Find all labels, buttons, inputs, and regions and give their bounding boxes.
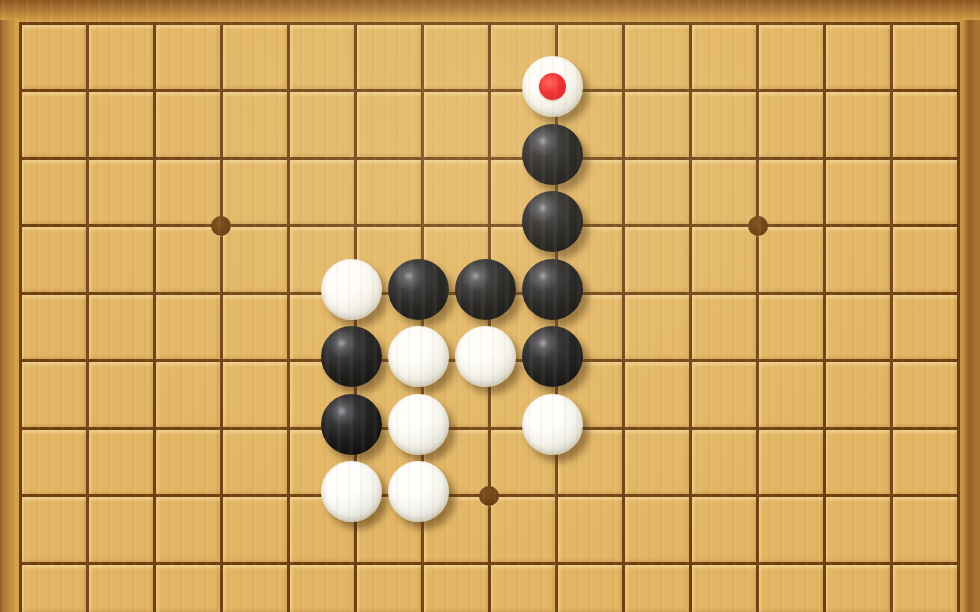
- last-move-marker: [539, 73, 566, 100]
- board-cell: [622, 22, 689, 90]
- board-cell: [555, 494, 622, 562]
- board-cell: [823, 427, 890, 495]
- board-cell: [756, 562, 823, 612]
- board-cell: [86, 22, 153, 90]
- go-board-screen: [0, 0, 980, 612]
- board-cell: [823, 224, 890, 292]
- board-cell: [890, 292, 957, 360]
- board-cell: [220, 494, 287, 562]
- board-cell: [220, 157, 287, 225]
- board-cell: [689, 427, 756, 495]
- star-point: [748, 216, 768, 236]
- board-cell: [19, 494, 86, 562]
- board-cell: [689, 494, 756, 562]
- board-cell: [756, 224, 823, 292]
- board-cell: [622, 224, 689, 292]
- board-cell: [823, 22, 890, 90]
- board-cell: [890, 157, 957, 225]
- board-cell: [220, 89, 287, 157]
- board-cell: [220, 224, 287, 292]
- board-cell: [890, 494, 957, 562]
- board-cell: [153, 494, 220, 562]
- board-cell: [220, 562, 287, 612]
- board-cell: [622, 562, 689, 612]
- black-stone: [455, 259, 516, 320]
- board-cell: [756, 22, 823, 90]
- board-cell: [689, 562, 756, 612]
- star-point: [211, 216, 231, 236]
- board-cell: [555, 562, 622, 612]
- board-cell: [153, 22, 220, 90]
- board-cell: [890, 359, 957, 427]
- black-stone: [522, 191, 583, 252]
- board-frame-top: [0, 0, 980, 22]
- star-point: [479, 486, 499, 506]
- black-stone: [522, 259, 583, 320]
- board-cell: [421, 157, 488, 225]
- board-frame-left: [0, 20, 19, 612]
- board-cell: [756, 157, 823, 225]
- board-cell: [890, 22, 957, 90]
- board-cell: [823, 157, 890, 225]
- board-cell: [622, 427, 689, 495]
- board-cell: [287, 562, 354, 612]
- board-cell: [756, 359, 823, 427]
- white-stone: [522, 394, 583, 455]
- board-cell: [153, 89, 220, 157]
- board-cell: [86, 494, 153, 562]
- board-cell: [86, 157, 153, 225]
- board-cell: [756, 292, 823, 360]
- board-cell: [421, 22, 488, 90]
- board-cell: [19, 427, 86, 495]
- board-cell: [86, 224, 153, 292]
- board-cell: [153, 224, 220, 292]
- board-cell: [19, 89, 86, 157]
- board-cell: [19, 22, 86, 90]
- board-cell: [756, 89, 823, 157]
- board-cell: [354, 22, 421, 90]
- board-cell: [220, 292, 287, 360]
- board-cell: [19, 224, 86, 292]
- board-cell: [421, 562, 488, 612]
- board-cell: [153, 359, 220, 427]
- board-cell: [153, 292, 220, 360]
- board-cell: [890, 224, 957, 292]
- board-cell: [86, 427, 153, 495]
- board-cell: [756, 494, 823, 562]
- board-cell: [689, 292, 756, 360]
- board-cell: [153, 157, 220, 225]
- board-cell: [220, 22, 287, 90]
- white-stone: [388, 394, 449, 455]
- black-stone: [388, 259, 449, 320]
- board-cell: [19, 292, 86, 360]
- white-stone: [388, 461, 449, 522]
- board-cell: [823, 292, 890, 360]
- black-stone: [522, 124, 583, 185]
- board-cell: [354, 157, 421, 225]
- white-stone: [321, 461, 382, 522]
- board-cell: [421, 89, 488, 157]
- white-stone: [455, 326, 516, 387]
- board-cell: [890, 427, 957, 495]
- board-cell: [689, 22, 756, 90]
- board-frame-right: [960, 20, 980, 612]
- board-cell: [153, 427, 220, 495]
- board-cell: [488, 562, 555, 612]
- board-cell: [689, 89, 756, 157]
- board-cell: [622, 292, 689, 360]
- board-cell: [220, 427, 287, 495]
- board-cell: [823, 562, 890, 612]
- board-cell: [622, 89, 689, 157]
- board-cell: [823, 494, 890, 562]
- board-cell: [86, 359, 153, 427]
- white-stone: [321, 259, 382, 320]
- board-cell: [354, 562, 421, 612]
- board-cell: [622, 494, 689, 562]
- board-cell: [756, 427, 823, 495]
- black-stone: [522, 326, 583, 387]
- board-cell: [622, 157, 689, 225]
- board-cell: [86, 89, 153, 157]
- board-cell: [488, 494, 555, 562]
- board-cell: [86, 562, 153, 612]
- board-cell: [287, 157, 354, 225]
- board-cell: [890, 562, 957, 612]
- board-cell: [890, 89, 957, 157]
- board-cell: [823, 89, 890, 157]
- board-cell: [19, 562, 86, 612]
- board-cell: [220, 359, 287, 427]
- board-cell: [86, 292, 153, 360]
- board-cell: [287, 89, 354, 157]
- board-cell: [622, 359, 689, 427]
- board-cell: [354, 89, 421, 157]
- board-cell: [153, 562, 220, 612]
- black-stone: [321, 326, 382, 387]
- board-cell: [689, 359, 756, 427]
- board-cell: [19, 359, 86, 427]
- white-stone: [522, 56, 583, 117]
- black-stone: [321, 394, 382, 455]
- board-cell: [689, 224, 756, 292]
- board-cell: [287, 22, 354, 90]
- board-cell: [19, 157, 86, 225]
- board-cell: [689, 157, 756, 225]
- board-cell: [823, 359, 890, 427]
- white-stone: [388, 326, 449, 387]
